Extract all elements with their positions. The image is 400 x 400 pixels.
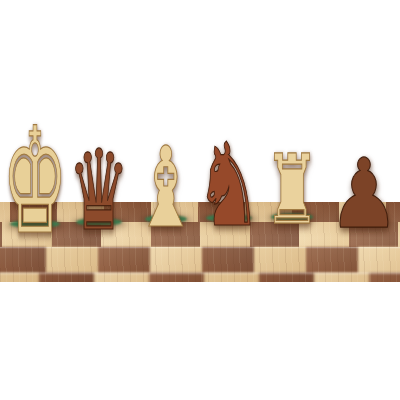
- board-row-3: [0, 273, 400, 282]
- board-square: [0, 273, 40, 282]
- board-square: [369, 273, 400, 282]
- knight-glyph: ♞: [195, 128, 262, 243]
- board-square: [149, 273, 205, 282]
- product-photo-stage: ♚♛♝♞♜♟: [0, 0, 400, 400]
- rook-glyph: ♜: [264, 142, 320, 238]
- king-glyph: ♚: [2, 108, 68, 255]
- pawn-glyph: ♟: [328, 146, 399, 242]
- bishop-glyph: ♝: [134, 132, 199, 243]
- board-square: [94, 273, 150, 282]
- board-square: [358, 247, 400, 273]
- board-square: [314, 273, 370, 282]
- board-square: [259, 273, 315, 282]
- queen-glyph: ♛: [68, 135, 130, 246]
- board-square: [306, 247, 359, 273]
- board-square: [204, 273, 260, 282]
- board-square: [39, 273, 95, 282]
